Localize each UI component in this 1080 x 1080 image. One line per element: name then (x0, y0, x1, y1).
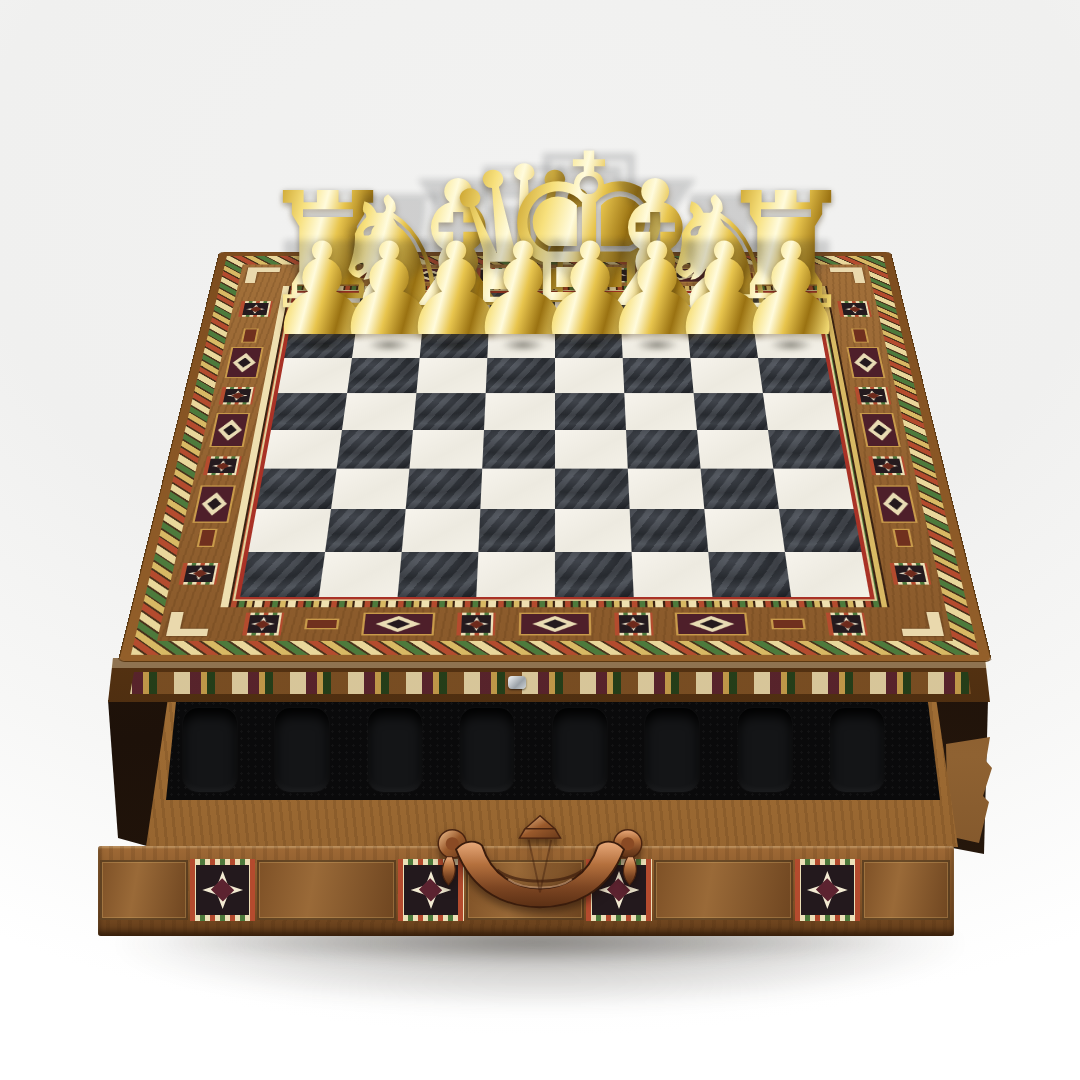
silver-pawn: ♟ (561, 748, 599, 790)
mosaic-bar (851, 328, 869, 342)
diamond-inlay (537, 270, 573, 280)
mosaic-star-tile (477, 268, 508, 283)
board-square (687, 325, 758, 358)
star-core (247, 615, 279, 632)
board-square (555, 469, 630, 510)
board-square (256, 469, 336, 510)
mosaic-diamond-medallion (526, 268, 584, 283)
star-core (309, 270, 334, 281)
board-square (413, 393, 486, 430)
mosaic-star-tile (457, 613, 496, 636)
diamond-center (872, 424, 888, 435)
board-square (621, 325, 690, 358)
mosaic-star-tile (238, 302, 273, 317)
board-square (420, 325, 489, 358)
mosaic-star-tile (219, 387, 256, 404)
diamond-center (222, 424, 238, 435)
mosaic-diamond-medallion (209, 413, 250, 447)
board-square (402, 509, 481, 552)
mosaic-star-tile (614, 613, 653, 636)
board-square (290, 293, 361, 325)
drawer-front-panel (654, 860, 793, 920)
board-square (785, 552, 870, 597)
diamond-inlay (866, 419, 894, 440)
corner-angle-motif (238, 264, 287, 285)
board-square (620, 293, 688, 325)
diamond-inlay (216, 419, 244, 440)
checkerboard (240, 293, 870, 597)
mosaic-diamond-medallion (361, 613, 435, 636)
corner-angle-motif (890, 607, 953, 641)
diamond-center (420, 272, 439, 278)
drawer-slot: ♟ (183, 708, 237, 792)
mosaic-bar (355, 272, 383, 279)
drawer-front-panel (257, 860, 396, 920)
board-square (487, 325, 555, 358)
board-square (697, 430, 773, 469)
board-square (489, 293, 555, 325)
star-core (801, 865, 855, 915)
board-square (690, 358, 763, 393)
board-square (482, 430, 555, 469)
drawer-slot: ♟ (460, 708, 514, 792)
mosaic-star-tile (868, 457, 907, 476)
board-square (342, 393, 416, 430)
mosaic-bar (892, 529, 913, 547)
drawer-slot: ♟ (738, 708, 792, 792)
diamond-inlay (411, 270, 448, 280)
mosaic-bar (197, 529, 218, 547)
star-core (223, 389, 251, 402)
drawer-front-star-tile (795, 859, 861, 921)
star-core (894, 565, 926, 581)
corner-angle-motif (157, 607, 220, 641)
board-square (628, 469, 705, 510)
board-square (478, 509, 555, 552)
star-core (196, 865, 250, 915)
diamond-inlay (532, 616, 577, 632)
board-square (248, 509, 331, 552)
diamond-inlay (852, 353, 879, 372)
mosaic-star-tile (772, 268, 805, 283)
drawer-catch (508, 676, 526, 689)
diamond-inlay (689, 616, 736, 632)
board-square (555, 358, 624, 393)
star-core (873, 459, 903, 473)
diamond-center (386, 619, 410, 628)
board-square (484, 393, 555, 430)
diamond-inlay (881, 492, 911, 515)
drawer-handle (418, 812, 662, 922)
mosaic-diamond-medallion (400, 268, 459, 283)
board-square (555, 552, 634, 597)
diamond-center (671, 272, 690, 278)
star-core (480, 270, 504, 281)
diamond-center (237, 358, 252, 368)
board-square (406, 469, 483, 510)
silver-pawn: ♟ (653, 748, 691, 790)
silver-pawn: ♟ (468, 748, 506, 790)
drawer-front-panel (100, 860, 188, 920)
silver-pawn: ♟ (283, 748, 321, 790)
board-square (476, 552, 555, 597)
board-square (763, 393, 839, 430)
diamond-inlay (662, 270, 699, 280)
mosaic-bar (241, 328, 259, 342)
diamond-inlay (231, 353, 258, 372)
board-square (271, 393, 347, 430)
border-motifs-bottom (217, 607, 893, 641)
board-square (624, 393, 697, 430)
board-square (749, 293, 820, 325)
diamond-center (543, 619, 567, 628)
board-square (632, 552, 713, 597)
board-square (357, 293, 426, 325)
board-square (284, 325, 356, 358)
star-core (461, 615, 491, 632)
board-square (708, 552, 791, 597)
mosaic-diamond-medallion (519, 613, 592, 636)
board-square (486, 358, 555, 393)
star-core (776, 270, 801, 281)
board-square (779, 509, 862, 552)
drawer-slot: ♟ (645, 708, 699, 792)
mosaic-star-tile (179, 563, 221, 585)
board-square (694, 393, 768, 430)
mosaic-diamond-medallion (651, 268, 710, 283)
mosaic-diamond-medallion (874, 485, 918, 522)
diamond-inlay (375, 616, 422, 632)
mosaic-diamond-medallion (192, 485, 236, 522)
board-square (684, 293, 753, 325)
drawer-slot: ♟ (368, 708, 422, 792)
drawer-slot: ♟ (275, 708, 329, 792)
board-square (416, 358, 487, 393)
product-photo: ♜♜♞♞♝♝♛♛♚♚♝♝♞♞♜♜♟♟♟♟♟♟♟♟♟♟♟♟♟♟♟♟ ♟♟♟♟♟♟♟… (0, 0, 1080, 1080)
mosaic-star-tile (602, 268, 633, 283)
mosaic-bar (727, 272, 755, 279)
board-square (319, 552, 402, 597)
chess-board (119, 252, 991, 661)
silver-pawn: ♟ (376, 748, 414, 790)
board-square (555, 293, 621, 325)
board-square (555, 509, 632, 552)
board-square (768, 430, 846, 469)
star-core (184, 565, 216, 581)
board-square (753, 325, 825, 358)
board-square (423, 293, 491, 325)
drawer-slot: ♟ (553, 708, 607, 792)
board-square (331, 469, 409, 510)
board-square (278, 358, 352, 393)
mosaic-bar (770, 619, 805, 630)
diamond-center (887, 498, 904, 510)
star-core (242, 303, 268, 315)
board-square (630, 509, 709, 552)
mosaic-star-tile (305, 268, 338, 283)
board-square (352, 325, 423, 358)
silver-pawn: ♟ (746, 748, 784, 790)
drawer-handle-icon (418, 812, 662, 924)
star-core (618, 615, 648, 632)
diamond-center (858, 358, 873, 368)
board-square (555, 325, 623, 358)
corner-angle-motif (823, 264, 872, 285)
mosaic-diamond-medallion (860, 413, 901, 447)
star-core (207, 459, 237, 473)
silver-pawn: ♟ (191, 748, 229, 790)
diamond-inlay (199, 492, 229, 515)
border-motifs-top (286, 264, 824, 285)
diamond-center (700, 619, 724, 628)
board-square (398, 552, 479, 597)
drawer-front-panel (862, 860, 950, 920)
mosaic-diamond-medallion (846, 347, 885, 378)
board-square (773, 469, 853, 510)
mosaic-bar (304, 619, 339, 630)
board-square (347, 358, 420, 393)
mosaic-star-tile (837, 302, 872, 317)
star-core (841, 303, 867, 315)
board-square (626, 430, 701, 469)
mosaic-star-tile (203, 457, 242, 476)
drawer-front-star-tile (190, 859, 256, 921)
board-square (704, 509, 785, 552)
mosaic-star-tile (854, 387, 891, 404)
star-core (831, 615, 863, 632)
star-core (859, 389, 887, 402)
board-square (758, 358, 832, 393)
board-square (623, 358, 694, 393)
board-square (325, 509, 406, 552)
board-square (264, 430, 342, 469)
board-square (555, 430, 628, 469)
board-square (337, 430, 413, 469)
board-square (240, 552, 325, 597)
diamond-center (206, 498, 223, 510)
silver-pawn: ♟ (838, 748, 876, 790)
mosaic-star-tile (826, 613, 868, 636)
mosaic-diamond-medallion (224, 347, 263, 378)
diamond-center (546, 272, 565, 278)
board-square (409, 430, 484, 469)
drawer-slot: ♟ (830, 708, 884, 792)
board-square (555, 393, 626, 430)
board-square (480, 469, 555, 510)
board-square (701, 469, 779, 510)
star-core (606, 270, 630, 281)
mosaic-diamond-medallion (675, 613, 749, 636)
mosaic-star-tile (890, 563, 932, 585)
mosaic-star-tile (242, 613, 284, 636)
